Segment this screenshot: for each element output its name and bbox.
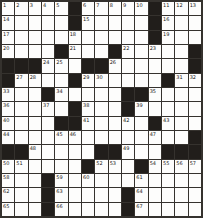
cell-r15c8[interactable]	[95, 203, 107, 216]
cell-r13c3[interactable]	[29, 174, 41, 187]
clue-number: 42	[123, 117, 129, 123]
clue-number: 39	[136, 102, 142, 108]
cell-r6c4[interactable]	[42, 74, 54, 87]
cell-r1c7[interactable]: 6	[82, 2, 94, 15]
cell-r8c4[interactable]: 37	[42, 102, 54, 115]
cell-r2c3[interactable]	[29, 16, 41, 29]
cell-r8c11[interactable]: 39	[135, 102, 147, 115]
cell-r6c7[interactable]: 29	[82, 74, 94, 87]
cell-r3c15[interactable]	[189, 31, 201, 44]
cell-r13c10[interactable]	[122, 174, 134, 187]
block-r11c15	[189, 145, 201, 158]
cell-r1c14[interactable]: 12	[175, 2, 187, 15]
cell-r12c8[interactable]: 52	[95, 160, 107, 173]
cell-r2c14[interactable]	[175, 16, 187, 29]
clue-number: 36	[3, 102, 9, 108]
cell-r7c7[interactable]	[82, 88, 94, 101]
clue-number: 59	[56, 174, 62, 180]
block-r15c4	[42, 203, 54, 216]
clue-number: 41	[83, 117, 89, 123]
clue-number: 33	[3, 88, 9, 94]
cell-r8c12[interactable]	[149, 102, 161, 115]
clue-number: 62	[3, 188, 9, 194]
block-r11c14	[175, 145, 187, 158]
cell-r4c8[interactable]	[95, 45, 107, 58]
cell-r13c15[interactable]	[189, 174, 201, 187]
cell-r9c3[interactable]	[29, 117, 41, 130]
clue-number: 16	[163, 16, 169, 22]
block-r2c12	[149, 16, 161, 29]
cell-r15c7[interactable]	[82, 203, 94, 216]
cell-r5c13[interactable]	[162, 59, 174, 72]
cell-r14c13[interactable]	[162, 188, 174, 201]
cell-r14c1[interactable]: 62	[2, 188, 14, 201]
cell-r10c6[interactable]: 46	[69, 131, 81, 144]
cell-r14c11[interactable]: 64	[135, 188, 147, 201]
cell-r3c10[interactable]	[122, 31, 134, 44]
cell-r4c4[interactable]	[42, 45, 54, 58]
cell-r10c13[interactable]	[162, 131, 174, 144]
block-r5c1	[2, 59, 14, 72]
block-r13c4	[42, 174, 54, 187]
cell-r15c11[interactable]: 67	[135, 203, 147, 216]
cell-r4c13[interactable]	[162, 45, 174, 58]
cell-r11c6[interactable]	[69, 145, 81, 158]
clue-number: 23	[150, 45, 156, 51]
clue-number: 54	[150, 160, 156, 166]
clue-number: 47	[150, 131, 156, 137]
cell-r9c7[interactable]: 41	[82, 117, 94, 130]
cell-r6c14[interactable]: 31	[175, 74, 187, 87]
cell-r14c9[interactable]	[109, 188, 121, 201]
clue-number: 43	[163, 117, 169, 123]
cell-r10c9[interactable]	[109, 131, 121, 144]
cell-r5c5[interactable]: 25	[55, 59, 67, 72]
block-r11c9	[109, 145, 121, 158]
cell-r9c14[interactable]	[175, 117, 187, 130]
cell-r8c2[interactable]	[15, 102, 27, 115]
cell-r3c2[interactable]	[15, 31, 27, 44]
block-r2c6	[69, 16, 81, 29]
cell-r12c10[interactable]	[122, 160, 134, 173]
cell-r3c14[interactable]	[175, 31, 187, 44]
clue-number: 24	[43, 59, 49, 65]
cell-r9c8[interactable]	[95, 117, 107, 130]
cell-r10c14[interactable]	[175, 131, 187, 144]
cell-r2c11[interactable]	[135, 16, 147, 29]
clue-number: 63	[56, 188, 62, 194]
cell-r1c5[interactable]: 5	[55, 2, 67, 15]
cell-r10c1[interactable]: 44	[2, 131, 14, 144]
cell-r1c10[interactable]: 9	[122, 2, 134, 15]
cell-r3c8[interactable]	[95, 31, 107, 44]
cell-r11c12[interactable]	[149, 145, 161, 158]
block-r1c6	[69, 2, 81, 15]
cell-r8c1[interactable]: 36	[2, 102, 14, 115]
clue-number: 35	[150, 88, 156, 94]
cell-r15c6[interactable]	[69, 203, 81, 216]
cell-r1c15[interactable]: 13	[189, 2, 201, 15]
clue-number: 46	[70, 131, 76, 137]
cell-r12c1[interactable]: 50	[2, 160, 14, 173]
cell-r15c15[interactable]	[189, 203, 201, 216]
clue-number: 57	[190, 160, 196, 166]
block-r7c11	[135, 88, 147, 101]
block-r10c15	[189, 131, 201, 144]
cell-r12c13[interactable]: 55	[162, 160, 174, 173]
block-r4c15	[189, 45, 201, 58]
clue-number: 34	[56, 88, 62, 94]
clue-number: 37	[43, 102, 49, 108]
cell-r2c8[interactable]	[95, 16, 107, 29]
cell-r13c2[interactable]	[15, 174, 27, 187]
cell-r10c5[interactable]: 45	[55, 131, 67, 144]
block-r15c10	[122, 203, 134, 216]
cell-r5c9[interactable]: 26	[109, 59, 121, 72]
clue-number: 32	[190, 74, 196, 80]
cell-r12c6[interactable]	[69, 160, 81, 173]
cell-r1c4[interactable]: 4	[42, 2, 54, 15]
clue-number: 9	[123, 2, 126, 8]
cell-r13c6[interactable]	[69, 174, 81, 187]
cell-r15c5[interactable]: 66	[55, 203, 67, 216]
cell-r2c15[interactable]	[189, 16, 201, 29]
clue-number: 45	[56, 131, 62, 137]
block-r9c6	[69, 117, 81, 130]
cell-r1c3[interactable]: 3	[29, 2, 41, 15]
clue-number: 52	[96, 160, 102, 166]
cell-r6c8[interactable]: 30	[95, 74, 107, 87]
clue-number: 18	[70, 31, 76, 37]
cell-r8c5[interactable]	[55, 102, 67, 115]
cell-r9c1[interactable]: 40	[2, 117, 14, 130]
cell-r5c10[interactable]	[122, 59, 134, 72]
cell-r7c9[interactable]	[109, 88, 121, 101]
clue-number: 7	[96, 2, 99, 8]
cell-r6c9[interactable]	[109, 74, 121, 87]
cell-r13c5[interactable]: 59	[55, 174, 67, 187]
cell-r7c3[interactable]	[29, 88, 41, 101]
cell-r12c15[interactable]: 57	[189, 160, 201, 173]
cell-r6c11[interactable]	[135, 74, 147, 87]
cell-r9c11[interactable]	[135, 117, 147, 130]
clue-number: 64	[136, 188, 142, 194]
cell-r15c3[interactable]	[29, 203, 41, 216]
cell-r3c1[interactable]: 17	[2, 31, 14, 44]
cell-r4c1[interactable]: 20	[2, 45, 14, 58]
block-r4c9	[109, 45, 121, 58]
block-r9c12	[149, 117, 161, 130]
cell-r4c6[interactable]: 21	[69, 45, 81, 58]
clue-number: 5	[56, 2, 59, 8]
cell-r7c6[interactable]	[69, 88, 81, 101]
clue-number: 28	[30, 74, 36, 80]
cell-r9c4[interactable]	[42, 117, 54, 130]
cell-r5c14[interactable]	[175, 59, 187, 72]
cell-r10c10[interactable]	[122, 131, 134, 144]
cell-r3c13[interactable]: 19	[162, 31, 174, 44]
cell-r6c2[interactable]: 27	[15, 74, 27, 87]
clue-number: 25	[56, 59, 62, 65]
cell-r14c14[interactable]	[175, 188, 187, 201]
clue-number: 67	[136, 203, 142, 209]
cell-r6c3[interactable]: 28	[29, 74, 41, 87]
clue-number: 10	[136, 2, 142, 8]
clue-number: 31	[176, 74, 182, 80]
cell-r10c4[interactable]	[42, 131, 54, 144]
clue-number: 13	[190, 2, 196, 8]
cell-r3c6[interactable]: 18	[69, 31, 81, 44]
cell-r2c4[interactable]	[42, 16, 54, 29]
cell-r8c8[interactable]	[95, 102, 107, 115]
cell-r12c2[interactable]: 51	[15, 160, 27, 173]
cell-r9c13[interactable]: 43	[162, 117, 174, 130]
cell-r13c13[interactable]	[162, 174, 174, 187]
cell-r11c10[interactable]: 49	[122, 145, 134, 158]
clue-number: 55	[163, 160, 169, 166]
cell-r14c15[interactable]	[189, 188, 201, 201]
clue-number: 26	[110, 59, 116, 65]
cell-r7c5[interactable]: 34	[55, 88, 67, 101]
block-r5c8	[95, 59, 107, 72]
cell-r5c12[interactable]	[149, 59, 161, 72]
cell-r12c14[interactable]: 56	[175, 160, 187, 173]
cell-r12c12[interactable]: 54	[149, 160, 161, 173]
block-r6c13	[162, 74, 174, 87]
cell-r1c9[interactable]: 8	[109, 2, 121, 15]
block-r12c7	[82, 160, 94, 173]
cell-r12c5[interactable]	[55, 160, 67, 173]
cell-r15c9[interactable]	[109, 203, 121, 216]
clue-number: 48	[30, 145, 36, 151]
cell-r7c1[interactable]: 33	[2, 88, 14, 101]
cell-r11c5[interactable]	[55, 145, 67, 158]
cell-r13c8[interactable]	[95, 174, 107, 187]
cell-r14c2[interactable]	[15, 188, 27, 201]
cell-r3c9[interactable]	[109, 31, 121, 44]
block-r14c10	[122, 188, 134, 201]
block-r7c4	[42, 88, 54, 101]
cell-r9c2[interactable]	[15, 117, 27, 130]
cell-r14c5[interactable]: 63	[55, 188, 67, 201]
block-r11c2	[15, 145, 27, 158]
clue-number: 29	[83, 74, 89, 80]
block-r7c10	[122, 88, 134, 101]
clue-number: 4	[43, 2, 46, 8]
block-r8c6	[69, 102, 81, 115]
clue-number: 22	[123, 45, 129, 51]
cell-r13c11[interactable]: 61	[135, 174, 147, 187]
crossword-grid: 1234567891011121314151617181920212223242…	[0, 0, 203, 218]
cell-r2c5[interactable]	[55, 16, 67, 29]
clue-number: 40	[3, 117, 9, 123]
clue-number: 12	[176, 2, 182, 8]
clue-number: 11	[163, 2, 169, 8]
block-r11c13	[162, 145, 174, 158]
cell-r8c7[interactable]: 38	[82, 102, 94, 115]
cell-r4c12[interactable]: 23	[149, 45, 161, 58]
cell-r5c11[interactable]	[135, 59, 147, 72]
cell-r3c7[interactable]	[82, 31, 94, 44]
clue-number: 27	[16, 74, 22, 80]
clue-number: 20	[3, 45, 9, 51]
block-r1c12	[149, 2, 161, 15]
cell-r1c2[interactable]: 2	[15, 2, 27, 15]
cell-r9c10[interactable]: 42	[122, 117, 134, 130]
block-r5c7	[82, 59, 94, 72]
clue-number: 19	[163, 31, 169, 37]
clue-number: 61	[136, 174, 142, 180]
cell-r3c3[interactable]	[29, 31, 41, 44]
cell-r3c4[interactable]	[42, 31, 54, 44]
cell-r6c5[interactable]	[55, 74, 67, 87]
cell-r10c8[interactable]	[95, 131, 107, 144]
cell-r13c1[interactable]: 58	[2, 174, 14, 187]
block-r3c12	[149, 31, 161, 44]
block-r9c5	[55, 117, 67, 130]
cell-r14c7[interactable]	[82, 188, 94, 201]
cell-r14c6[interactable]	[69, 188, 81, 201]
cell-r4c14[interactable]	[175, 45, 187, 58]
cell-r6c15[interactable]: 32	[189, 74, 201, 87]
clue-number: 15	[83, 16, 89, 22]
clue-number: 49	[123, 145, 129, 151]
clue-number: 50	[3, 160, 9, 166]
cell-r11c7[interactable]	[82, 145, 94, 158]
block-r11c8	[95, 145, 107, 158]
clue-number: 44	[3, 131, 9, 137]
cell-r6c12[interactable]	[149, 74, 161, 87]
block-r4c5	[55, 45, 67, 58]
cell-r11c3[interactable]: 48	[29, 145, 41, 158]
cell-r2c10[interactable]	[122, 16, 134, 29]
clue-number: 6	[83, 2, 86, 8]
cell-r7c14[interactable]	[175, 88, 187, 101]
cell-r9c9[interactable]	[109, 117, 121, 130]
cell-r2c13[interactable]: 16	[162, 16, 174, 29]
clue-number: 2	[16, 2, 19, 8]
cell-r8c13[interactable]	[162, 102, 174, 115]
cell-r8c3[interactable]	[29, 102, 41, 115]
clue-number: 30	[96, 74, 102, 80]
cell-r13c12[interactable]	[149, 174, 161, 187]
cell-r10c11[interactable]	[135, 131, 147, 144]
cell-r14c3[interactable]	[29, 188, 41, 201]
cell-r1c8[interactable]: 7	[95, 2, 107, 15]
block-r6c1	[2, 74, 14, 87]
cell-r1c1[interactable]: 1	[2, 2, 14, 15]
cell-r8c15[interactable]	[189, 102, 201, 115]
cell-r4c2[interactable]	[15, 45, 27, 58]
cell-r2c1[interactable]: 14	[2, 16, 14, 29]
block-r5c3	[29, 59, 41, 72]
clue-number: 53	[110, 160, 116, 166]
cell-r15c14[interactable]	[175, 203, 187, 216]
clue-number: 65	[3, 203, 9, 209]
cell-r11c4[interactable]	[42, 145, 54, 158]
cell-r4c3[interactable]	[29, 45, 41, 58]
block-r5c2	[15, 59, 27, 72]
cell-r13c7[interactable]: 60	[82, 174, 94, 187]
cell-r7c2[interactable]	[15, 88, 27, 101]
cell-r2c9[interactable]	[109, 16, 121, 29]
cell-r2c2[interactable]	[15, 16, 27, 29]
cell-r10c2[interactable]	[15, 131, 27, 144]
clue-number: 38	[83, 102, 89, 108]
block-r8c10	[122, 102, 134, 115]
clue-number: 58	[3, 174, 9, 180]
cell-r10c12[interactable]: 47	[149, 131, 161, 144]
cell-r14c12[interactable]	[149, 188, 161, 201]
cell-r14c8[interactable]	[95, 188, 107, 201]
cell-r5c6[interactable]	[69, 59, 81, 72]
block-r12c11	[135, 160, 147, 173]
clue-number: 17	[3, 31, 9, 37]
clue-number: 8	[110, 2, 113, 8]
cell-r6c10[interactable]	[122, 74, 134, 87]
clue-number: 66	[56, 203, 62, 209]
cell-r2c7[interactable]: 15	[82, 16, 94, 29]
cell-r1c11[interactable]: 10	[135, 2, 147, 15]
cell-r15c12[interactable]	[149, 203, 161, 216]
cell-r13c14[interactable]	[175, 174, 187, 187]
cell-r7c12[interactable]: 35	[149, 88, 161, 101]
clue-number: 3	[30, 2, 33, 8]
cell-r15c1[interactable]: 65	[2, 203, 14, 216]
block-r5c15	[189, 59, 201, 72]
clue-number: 21	[70, 45, 76, 51]
cell-r9c15[interactable]	[189, 117, 201, 130]
cell-r10c3[interactable]	[29, 131, 41, 144]
cell-r4c11[interactable]	[135, 45, 147, 58]
cell-r4c7[interactable]	[82, 45, 94, 58]
cell-r5c4[interactable]: 24	[42, 59, 54, 72]
cell-r7c8[interactable]	[95, 88, 107, 101]
cell-r12c9[interactable]: 53	[109, 160, 121, 173]
block-r6c6	[69, 74, 81, 87]
cell-r3c11[interactable]	[135, 31, 147, 44]
cell-r15c2[interactable]	[15, 203, 27, 216]
cell-r7c15[interactable]	[189, 88, 201, 101]
cell-r10c7[interactable]	[82, 131, 94, 144]
cell-r3c5[interactable]	[55, 31, 67, 44]
clue-number: 51	[16, 160, 22, 166]
block-r11c1	[2, 145, 14, 158]
cell-r8c14[interactable]	[175, 102, 187, 115]
cell-r7c13[interactable]	[162, 88, 174, 101]
clue-number: 1	[3, 2, 6, 8]
cell-r4c10[interactable]: 22	[122, 45, 134, 58]
cell-r13c9[interactable]	[109, 174, 121, 187]
cell-r12c3[interactable]	[29, 160, 41, 173]
clue-number: 56	[176, 160, 182, 166]
clue-number: 14	[3, 16, 9, 22]
cell-r1c13[interactable]: 11	[162, 2, 174, 15]
block-r14c4	[42, 188, 54, 201]
clue-number: 60	[83, 174, 89, 180]
cell-r15c13[interactable]	[162, 203, 174, 216]
cell-r8c9[interactable]	[109, 102, 121, 115]
cell-r12c4[interactable]	[42, 160, 54, 173]
cell-r11c11[interactable]	[135, 145, 147, 158]
